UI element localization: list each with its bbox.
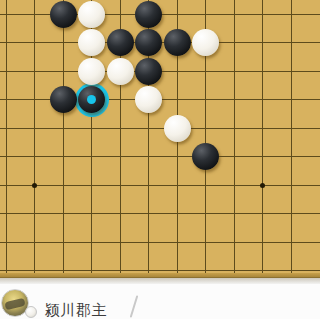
grid-line: [0, 213, 320, 214]
player-bar: 颍川郡主: [0, 284, 320, 319]
grid-line: [0, 270, 320, 271]
board-grid[interactable]: [0, 0, 320, 273]
white-stone: [78, 29, 105, 56]
grid-line: [234, 0, 235, 273]
grid-line: [0, 185, 320, 186]
white-stone: [164, 115, 191, 142]
white-stone: [78, 58, 105, 85]
avatar-image: [4, 298, 25, 311]
white-stone: [135, 86, 162, 113]
grid-line: [0, 242, 320, 243]
slash-divider-icon: [130, 295, 139, 318]
star-point: [32, 183, 37, 188]
grid-line: [6, 0, 7, 273]
grid-line: [0, 156, 320, 157]
white-stone: [78, 1, 105, 28]
white-stone: [107, 58, 134, 85]
white-stone: [192, 29, 219, 56]
grid-line: [291, 0, 292, 273]
white-stone-icon: [25, 306, 37, 318]
black-stone: [107, 29, 134, 56]
black-stone: [135, 29, 162, 56]
app-screen: 颍川郡主: [0, 0, 320, 319]
black-stone: [135, 58, 162, 85]
black-stone: [135, 1, 162, 28]
black-stone: [164, 29, 191, 56]
grid-line: [0, 128, 320, 129]
black-stone: [192, 143, 219, 170]
grid-line: [63, 0, 64, 273]
black-stone: [50, 86, 77, 113]
gomoku-board[interactable]: [0, 0, 320, 284]
player-username: 颍川郡主: [45, 301, 107, 319]
grid-line: [262, 0, 263, 273]
grid-line: [34, 0, 35, 273]
star-point: [260, 183, 265, 188]
black-stone: [50, 1, 77, 28]
